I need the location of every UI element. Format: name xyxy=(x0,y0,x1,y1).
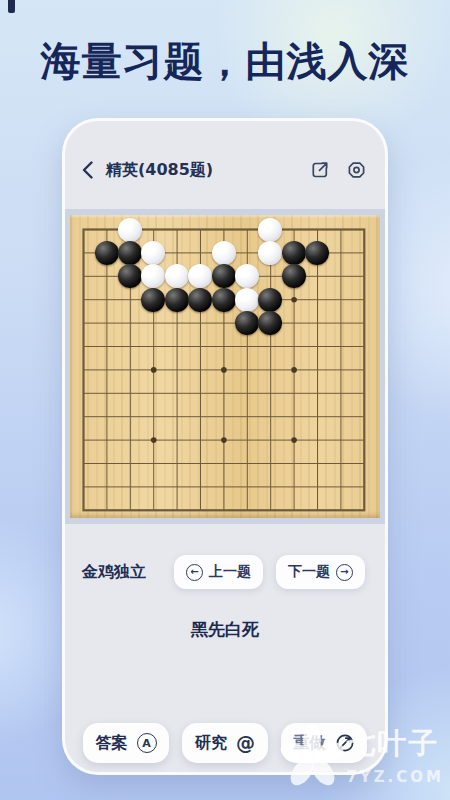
white-stone xyxy=(118,218,142,242)
board-cell[interactable] xyxy=(189,475,212,498)
board-cell[interactable] xyxy=(306,358,329,381)
white-stone xyxy=(258,241,282,265)
board-panel xyxy=(65,209,385,524)
black-stone xyxy=(141,288,165,312)
share-button[interactable] xyxy=(308,159,332,181)
collection-title: 精英(4085题) xyxy=(106,160,213,181)
board-cell[interactable] xyxy=(329,311,352,334)
white-stone xyxy=(258,218,282,242)
prev-problem-button[interactable]: ← 上一题 xyxy=(174,555,263,589)
board-cell[interactable] xyxy=(306,498,329,521)
board-cell[interactable] xyxy=(189,311,212,334)
board-cell[interactable] xyxy=(352,405,375,428)
board-cell[interactable] xyxy=(118,475,141,498)
board-cell[interactable] xyxy=(306,288,329,311)
board-cell[interactable] xyxy=(95,498,118,521)
board-cell[interactable] xyxy=(165,475,188,498)
board-cell[interactable] xyxy=(142,428,165,451)
board-cell[interactable] xyxy=(95,382,118,405)
board-cell[interactable] xyxy=(282,358,305,381)
board-cell[interactable] xyxy=(329,241,352,264)
at-sign-icon: @ xyxy=(236,734,255,753)
board-cell[interactable] xyxy=(72,241,95,264)
next-problem-label: 下一题 xyxy=(288,563,330,581)
board-cell[interactable] xyxy=(212,335,235,358)
board-cell[interactable] xyxy=(212,265,235,288)
gear-icon xyxy=(346,160,367,180)
board-cell[interactable] xyxy=(165,218,188,241)
board-cell[interactable] xyxy=(306,241,329,264)
board-cell[interactable] xyxy=(306,218,329,241)
black-stone xyxy=(118,264,142,288)
board-cell[interactable] xyxy=(165,405,188,428)
board-cell[interactable] xyxy=(212,498,235,521)
board-cell[interactable] xyxy=(352,218,375,241)
board-cell[interactable] xyxy=(165,288,188,311)
board-cell[interactable] xyxy=(212,475,235,498)
board-cell[interactable] xyxy=(72,335,95,358)
board-cell[interactable] xyxy=(329,288,352,311)
white-stone xyxy=(165,264,189,288)
black-stone xyxy=(212,288,236,312)
board-cell[interactable] xyxy=(189,498,212,521)
board-cell[interactable] xyxy=(142,475,165,498)
board-cell[interactable] xyxy=(189,265,212,288)
puzzle-card: 精英(4085题) 金鸡独立 xyxy=(62,118,388,775)
board-cell[interactable] xyxy=(72,382,95,405)
next-problem-button[interactable]: 下一题 → xyxy=(276,555,365,589)
board-cell[interactable] xyxy=(72,452,95,475)
board-cell[interactable] xyxy=(329,358,352,381)
board-cell[interactable] xyxy=(189,358,212,381)
board-cell[interactable] xyxy=(118,498,141,521)
back-button[interactable] xyxy=(82,159,100,181)
board-cell[interactable] xyxy=(282,288,305,311)
board-cell[interactable] xyxy=(259,452,282,475)
board-cell[interactable] xyxy=(352,265,375,288)
board-cell[interactable] xyxy=(118,428,141,451)
board-cell[interactable] xyxy=(118,335,141,358)
board-cell[interactable] xyxy=(235,265,258,288)
board-cell[interactable] xyxy=(235,452,258,475)
board-cell[interactable] xyxy=(282,241,305,264)
board-cell[interactable] xyxy=(165,358,188,381)
board-cell[interactable] xyxy=(329,475,352,498)
board-cell[interactable] xyxy=(306,335,329,358)
board-cell[interactable] xyxy=(72,311,95,334)
board-cell[interactable] xyxy=(282,428,305,451)
board-cell[interactable] xyxy=(329,405,352,428)
board-cell[interactable] xyxy=(165,335,188,358)
board-cell[interactable] xyxy=(329,428,352,451)
board-cell[interactable] xyxy=(352,241,375,264)
board-cell[interactable] xyxy=(352,358,375,381)
next-circle-arrow-icon: → xyxy=(336,564,353,581)
board-cell[interactable] xyxy=(259,382,282,405)
board-cell[interactable] xyxy=(118,311,141,334)
prev-circle-arrow-icon: ← xyxy=(186,564,203,581)
board-cell[interactable] xyxy=(189,405,212,428)
white-stone xyxy=(141,241,165,265)
board-cell[interactable] xyxy=(352,452,375,475)
board-cell[interactable] xyxy=(259,288,282,311)
board-cell[interactable] xyxy=(329,498,352,521)
board-cell[interactable] xyxy=(72,475,95,498)
go-board[interactable] xyxy=(70,215,380,518)
board-cell[interactable] xyxy=(165,452,188,475)
task-description: 黑先白死 xyxy=(65,618,385,642)
black-stone xyxy=(282,264,306,288)
board-cell[interactable] xyxy=(142,452,165,475)
board-intersections xyxy=(72,218,376,522)
board-cell[interactable] xyxy=(95,218,118,241)
board-cell[interactable] xyxy=(142,265,165,288)
redo-label: 重做 xyxy=(294,733,326,754)
board-cell[interactable] xyxy=(95,405,118,428)
black-stone xyxy=(165,288,189,312)
board-cell[interactable] xyxy=(235,498,258,521)
black-stone xyxy=(95,241,119,265)
board-cell[interactable] xyxy=(142,218,165,241)
chevron-left-icon xyxy=(82,161,93,179)
board-cell[interactable] xyxy=(259,265,282,288)
board-cell[interactable] xyxy=(118,382,141,405)
board-cell[interactable] xyxy=(282,452,305,475)
board-cell[interactable] xyxy=(142,241,165,264)
black-stone xyxy=(258,288,282,312)
board-cell[interactable] xyxy=(329,382,352,405)
board-cell[interactable] xyxy=(352,428,375,451)
board-cell[interactable] xyxy=(235,218,258,241)
answer-label: 答案 xyxy=(96,733,128,754)
board-cell[interactable] xyxy=(118,358,141,381)
black-stone xyxy=(212,264,236,288)
board-cell[interactable] xyxy=(189,335,212,358)
board-cell[interactable] xyxy=(95,475,118,498)
board-cell[interactable] xyxy=(165,241,188,264)
board-cell[interactable] xyxy=(282,498,305,521)
board-cell[interactable] xyxy=(72,428,95,451)
board-cell[interactable] xyxy=(72,405,95,428)
board-cell[interactable] xyxy=(282,218,305,241)
board-cell[interactable] xyxy=(142,335,165,358)
board-cell[interactable] xyxy=(212,311,235,334)
board-cell[interactable] xyxy=(118,265,141,288)
status-bar-fragment xyxy=(8,0,15,13)
board-cell[interactable] xyxy=(282,405,305,428)
board-cell[interactable] xyxy=(329,218,352,241)
board-cell[interactable] xyxy=(329,335,352,358)
white-stone xyxy=(235,264,259,288)
board-cell[interactable] xyxy=(72,358,95,381)
board-cell[interactable] xyxy=(212,358,235,381)
board-cell[interactable] xyxy=(118,452,141,475)
puzzle-row: 金鸡独立 ← 上一题 下一题 → xyxy=(65,555,385,589)
board-cell[interactable] xyxy=(352,475,375,498)
board-cell[interactable] xyxy=(282,382,305,405)
board-cell[interactable] xyxy=(212,218,235,241)
black-stone xyxy=(188,288,212,312)
board-cell[interactable] xyxy=(95,311,118,334)
board-cell[interactable] xyxy=(352,382,375,405)
board-cell[interactable] xyxy=(306,265,329,288)
board-cell[interactable] xyxy=(212,288,235,311)
board-cell[interactable] xyxy=(352,498,375,521)
black-stone xyxy=(118,241,142,265)
black-stone xyxy=(305,241,329,265)
answer-button[interactable]: 答案 A xyxy=(83,723,169,763)
board-cell[interactable] xyxy=(142,288,165,311)
board-cell[interactable] xyxy=(189,428,212,451)
board-cell[interactable] xyxy=(306,405,329,428)
settings-button[interactable] xyxy=(344,159,368,181)
board-cell[interactable] xyxy=(142,405,165,428)
board-cell[interactable] xyxy=(212,405,235,428)
board-cell[interactable] xyxy=(95,265,118,288)
puzzle-name: 金鸡独立 xyxy=(82,562,146,583)
board-cell[interactable] xyxy=(329,265,352,288)
board-cell[interactable] xyxy=(142,358,165,381)
screen: 海量习题，由浅入深 精英(4085题) xyxy=(0,0,450,800)
board-cell[interactable] xyxy=(282,475,305,498)
board-cell[interactable] xyxy=(72,218,95,241)
board-cell[interactable] xyxy=(189,382,212,405)
board-cell[interactable] xyxy=(142,498,165,521)
card-header: 精英(4085题) xyxy=(65,159,385,181)
board-cell[interactable] xyxy=(165,428,188,451)
prev-problem-label: 上一题 xyxy=(209,563,251,581)
board-cell[interactable] xyxy=(212,428,235,451)
board-cell[interactable] xyxy=(142,382,165,405)
board-cell[interactable] xyxy=(72,498,95,521)
black-stone xyxy=(258,311,282,335)
board-cell[interactable] xyxy=(72,288,95,311)
board-cell[interactable] xyxy=(306,311,329,334)
board-cell[interactable] xyxy=(165,382,188,405)
share-export-icon xyxy=(310,160,330,180)
redo-button[interactable]: 重做 xyxy=(281,723,367,763)
board-cell[interactable] xyxy=(352,311,375,334)
board-cell[interactable] xyxy=(306,382,329,405)
board-cell[interactable] xyxy=(235,382,258,405)
white-stone xyxy=(235,288,259,312)
board-cell[interactable] xyxy=(259,241,282,264)
board-cell[interactable] xyxy=(212,382,235,405)
research-button[interactable]: 研究 @ xyxy=(182,723,268,763)
board-cell[interactable] xyxy=(95,452,118,475)
white-stone xyxy=(212,241,236,265)
board-cell[interactable] xyxy=(235,475,258,498)
board-cell[interactable] xyxy=(259,335,282,358)
board-cell[interactable] xyxy=(118,288,141,311)
board-cell[interactable] xyxy=(282,335,305,358)
board-cell[interactable] xyxy=(212,241,235,264)
board-cell[interactable] xyxy=(118,218,141,241)
black-stone xyxy=(235,311,259,335)
board-cell[interactable] xyxy=(259,475,282,498)
board-cell[interactable] xyxy=(118,405,141,428)
research-label: 研究 xyxy=(195,733,227,754)
board-cell[interactable] xyxy=(259,311,282,334)
board-cell[interactable] xyxy=(95,335,118,358)
board-cell[interactable] xyxy=(352,288,375,311)
board-cell[interactable] xyxy=(95,288,118,311)
redo-circle-arrow-icon xyxy=(335,733,355,753)
board-cell[interactable] xyxy=(118,241,141,264)
actions-row: 答案 A 研究 @ 重做 xyxy=(65,723,385,763)
board-cell[interactable] xyxy=(306,428,329,451)
board-cell[interactable] xyxy=(72,265,95,288)
board-cell[interactable] xyxy=(259,218,282,241)
board-cell[interactable] xyxy=(165,498,188,521)
board-cell[interactable] xyxy=(212,452,235,475)
board-cell[interactable] xyxy=(189,288,212,311)
board-cell[interactable] xyxy=(189,241,212,264)
board-cell[interactable] xyxy=(329,452,352,475)
board-cell[interactable] xyxy=(282,311,305,334)
board-cell[interactable] xyxy=(165,265,188,288)
board-cell[interactable] xyxy=(189,452,212,475)
white-stone xyxy=(141,264,165,288)
board-cell[interactable] xyxy=(282,265,305,288)
board-cell[interactable] xyxy=(235,241,258,264)
board-cell[interactable] xyxy=(235,405,258,428)
black-stone xyxy=(282,241,306,265)
board-cell[interactable] xyxy=(235,335,258,358)
board-cell[interactable] xyxy=(95,428,118,451)
board-cell[interactable] xyxy=(235,428,258,451)
board-cell[interactable] xyxy=(95,241,118,264)
board-cell[interactable] xyxy=(306,452,329,475)
circled-a-icon: A xyxy=(137,733,157,753)
board-cell[interactable] xyxy=(235,358,258,381)
board-cell[interactable] xyxy=(259,428,282,451)
board-cell[interactable] xyxy=(142,311,165,334)
board-cell[interactable] xyxy=(259,358,282,381)
board-cell[interactable] xyxy=(165,311,188,334)
board-cell[interactable] xyxy=(352,335,375,358)
board-cell[interactable] xyxy=(259,498,282,521)
board-cell[interactable] xyxy=(95,358,118,381)
board-cell[interactable] xyxy=(235,311,258,334)
page-title: 海量习题，由浅入深 xyxy=(0,34,450,89)
white-stone xyxy=(188,264,212,288)
board-cell[interactable] xyxy=(259,405,282,428)
board-cell[interactable] xyxy=(306,475,329,498)
board-cell[interactable] xyxy=(189,218,212,241)
board-cell[interactable] xyxy=(235,288,258,311)
